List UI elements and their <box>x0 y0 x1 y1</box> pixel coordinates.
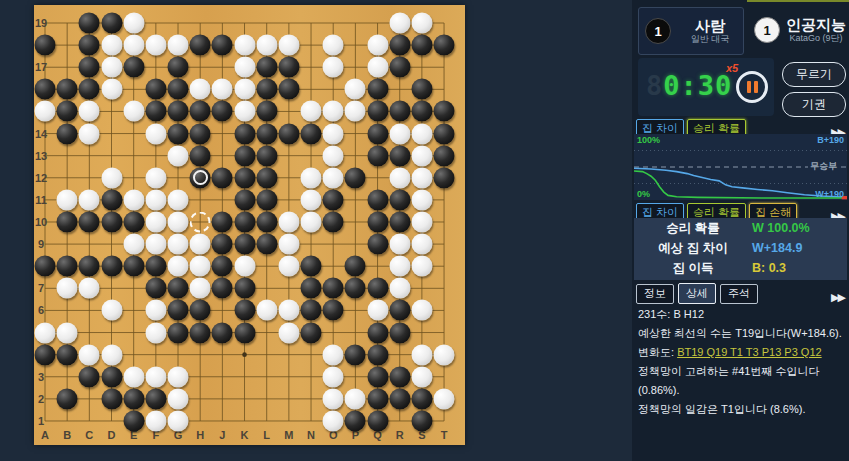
info-move-number: 231수: B H12 <box>638 305 844 324</box>
stone-black-Q9[interactable] <box>367 234 388 255</box>
row-label: 12 <box>32 172 50 184</box>
white-player-subtitle: KataGo (9단) <box>786 33 846 44</box>
stone-white-O3[interactable] <box>323 366 344 387</box>
stone-black-R2[interactable] <box>389 388 410 409</box>
stone-black-J18[interactable] <box>212 35 233 56</box>
stone-white-E3[interactable] <box>123 366 144 387</box>
stone-black-G14[interactable] <box>168 123 189 144</box>
stone-black-H15[interactable] <box>190 101 211 122</box>
undo-button[interactable]: 무르기 <box>782 62 846 87</box>
stone-white-F5[interactable] <box>145 322 166 343</box>
tab-comment[interactable]: 주석 <box>720 284 758 304</box>
stone-white-E19[interactable] <box>123 13 144 34</box>
stone-white-N12[interactable] <box>301 167 322 188</box>
stone-white-G11[interactable] <box>168 189 189 210</box>
stone-black-J10[interactable] <box>212 211 233 232</box>
col-label: H <box>190 429 210 441</box>
stone-black-L10[interactable] <box>256 211 277 232</box>
stone-white-L18[interactable] <box>256 35 277 56</box>
stone-white-C14[interactable] <box>79 123 100 144</box>
stone-white-T2[interactable] <box>434 388 455 409</box>
stone-white-O1[interactable] <box>323 410 344 431</box>
col-label: R <box>390 429 410 441</box>
stone-black-C19[interactable] <box>79 13 100 34</box>
byoyomi-multiplier: x5 <box>726 62 738 74</box>
stone-white-O14[interactable] <box>323 123 344 144</box>
stone-white-M9[interactable] <box>278 234 299 255</box>
stone-black-Q1[interactable] <box>367 410 388 431</box>
stone-black-D8[interactable] <box>101 256 122 277</box>
stone-white-P15[interactable] <box>345 101 366 122</box>
stone-black-R15[interactable] <box>389 101 410 122</box>
stone-black-J7[interactable] <box>212 278 233 299</box>
player-card-black[interactable]: 1 사람 일반 대국 <box>638 7 744 55</box>
stone-white-G3[interactable] <box>168 366 189 387</box>
stone-black-C3[interactable] <box>79 366 100 387</box>
stone-white-D4[interactable] <box>101 344 122 365</box>
stone-black-A8[interactable] <box>35 256 56 277</box>
stone-black-H5[interactable] <box>190 322 211 343</box>
stone-black-G17[interactable] <box>168 57 189 78</box>
stone-black-J8[interactable] <box>212 256 233 277</box>
graph-label-100: 100% <box>637 135 660 145</box>
row-label: 11 <box>32 194 50 206</box>
stone-white-P16[interactable] <box>345 79 366 100</box>
stone-white-O17[interactable] <box>323 57 344 78</box>
col-label: J <box>212 429 232 441</box>
stone-white-G1[interactable] <box>168 410 189 431</box>
stone-black-K6[interactable] <box>234 300 255 321</box>
row-label: 2 <box>32 393 50 405</box>
stone-black-E10[interactable] <box>123 211 144 232</box>
stone-white-C4[interactable] <box>79 344 100 365</box>
stone-white-N11[interactable] <box>301 189 322 210</box>
stone-white-N10[interactable] <box>301 211 322 232</box>
stone-white-A15[interactable] <box>35 101 56 122</box>
stone-white-H7[interactable] <box>190 278 211 299</box>
stone-white-R19[interactable] <box>389 13 410 34</box>
stone-black-B8[interactable] <box>57 256 78 277</box>
expand-arrows-icon-3[interactable]: ▶▶ <box>831 291 844 304</box>
col-label: L <box>257 429 277 441</box>
info-tabs: 정보 상세 주석 ▶▶ <box>636 283 846 304</box>
stone-white-C11[interactable] <box>79 189 100 210</box>
stone-white-F11[interactable] <box>145 189 166 210</box>
info-policy-rank: 정책망이 고려하는 #41번째 수입니다 (0.86%). <box>638 362 844 400</box>
stone-black-H13[interactable] <box>190 145 211 166</box>
stone-white-C15[interactable] <box>79 101 100 122</box>
row-label: 6 <box>32 304 50 316</box>
stone-black-L13[interactable] <box>256 145 277 166</box>
stone-white-K16[interactable] <box>234 79 255 100</box>
info-best-move: 예상한 최선의 수는 T19입니다(W+184.6). <box>638 324 844 343</box>
stone-black-Q2[interactable] <box>367 388 388 409</box>
stone-black-P12[interactable] <box>345 167 366 188</box>
stone-black-C17[interactable] <box>79 57 100 78</box>
stone-black-P4[interactable] <box>345 344 366 365</box>
top-accent-strip <box>747 0 849 2</box>
stone-white-K17[interactable] <box>234 57 255 78</box>
stone-black-K9[interactable] <box>234 234 255 255</box>
row-label: 7 <box>32 282 50 294</box>
stone-black-S16[interactable] <box>411 79 432 100</box>
stone-black-B2[interactable] <box>57 388 78 409</box>
resign-button[interactable]: 기권 <box>782 92 846 117</box>
stone-white-R12[interactable] <box>389 167 410 188</box>
stone-white-G8[interactable] <box>168 256 189 277</box>
pause-button[interactable] <box>736 71 768 103</box>
stone-white-E15[interactable] <box>123 101 144 122</box>
stone-black-M17[interactable] <box>278 57 299 78</box>
stone-white-K15[interactable] <box>234 101 255 122</box>
stone-black-B4[interactable] <box>57 344 78 365</box>
black-stone-badge: 1 <box>645 18 671 44</box>
stone-black-E2[interactable] <box>123 388 144 409</box>
stone-black-B10[interactable] <box>57 211 78 232</box>
graph-label-0: 0% <box>637 189 650 199</box>
col-label: C <box>79 429 99 441</box>
stone-white-E11[interactable] <box>123 189 144 210</box>
stone-white-S8[interactable] <box>411 256 432 277</box>
stone-black-T14[interactable] <box>434 123 455 144</box>
row-label: 9 <box>32 238 50 250</box>
stone-black-K5[interactable] <box>234 322 255 343</box>
last-move-marker <box>193 170 208 185</box>
stone-white-G10[interactable] <box>168 211 189 232</box>
stone-black-N14[interactable] <box>301 123 322 144</box>
stone-white-O12[interactable] <box>323 167 344 188</box>
stone-white-K8[interactable] <box>234 256 255 277</box>
stone-black-J12[interactable] <box>212 167 233 188</box>
stone-white-D18[interactable] <box>101 35 122 56</box>
stone-black-G7[interactable] <box>168 278 189 299</box>
game-clock: 80:30 x5 <box>638 58 774 116</box>
stone-white-M5[interactable] <box>278 322 299 343</box>
stone-black-L9[interactable] <box>256 234 277 255</box>
stone-white-P2[interactable] <box>345 388 366 409</box>
stone-black-R11[interactable] <box>389 189 410 210</box>
stone-black-R13[interactable] <box>389 145 410 166</box>
stone-black-F8[interactable] <box>145 256 166 277</box>
row-label: 14 <box>32 128 50 140</box>
row-label: 10 <box>32 216 50 228</box>
clock-time: 0:30 <box>663 70 732 101</box>
stone-black-C18[interactable] <box>79 35 100 56</box>
stone-black-Q5[interactable] <box>367 322 388 343</box>
stone-white-S12[interactable] <box>411 167 432 188</box>
stone-white-M10[interactable] <box>278 211 299 232</box>
stone-black-S18[interactable] <box>411 35 432 56</box>
stone-black-A16[interactable] <box>35 79 56 100</box>
move-info-text: 231수: B H12 예상한 최선의 수는 T19입니다(W+184.6). … <box>638 305 844 419</box>
info-variation: 변화도: BT19 Q19 T1 T3 P13 P3 Q12 <box>638 343 844 362</box>
app-window: 19181716151413121110987654321ABCDEFGHJKL… <box>0 0 849 461</box>
col-label: A <box>35 429 55 441</box>
stone-black-G16[interactable] <box>168 79 189 100</box>
stone-white-S14[interactable] <box>411 123 432 144</box>
stone-black-Q14[interactable] <box>367 123 388 144</box>
stone-black-L15[interactable] <box>256 101 277 122</box>
stone-black-G5[interactable] <box>168 322 189 343</box>
col-label: B <box>57 429 77 441</box>
stone-black-F7[interactable] <box>145 278 166 299</box>
stone-black-R18[interactable] <box>389 35 410 56</box>
go-board[interactable]: 19181716151413121110987654321ABCDEFGHJKL… <box>34 5 465 445</box>
col-label: D <box>102 429 122 441</box>
stone-white-S11[interactable] <box>411 189 432 210</box>
stat-win-probability: 승리 확률 W 100.0% <box>634 218 847 238</box>
stone-black-B16[interactable] <box>57 79 78 100</box>
stone-black-R10[interactable] <box>389 211 410 232</box>
stone-white-D16[interactable] <box>101 79 122 100</box>
stone-white-Q17[interactable] <box>367 57 388 78</box>
stone-white-M6[interactable] <box>278 300 299 321</box>
stone-white-D12[interactable] <box>101 167 122 188</box>
stone-black-C8[interactable] <box>79 256 100 277</box>
stone-black-K10[interactable] <box>234 211 255 232</box>
stone-black-O10[interactable] <box>323 211 344 232</box>
stone-black-N8[interactable] <box>301 256 322 277</box>
stone-white-M8[interactable] <box>278 256 299 277</box>
stone-black-C10[interactable] <box>79 211 100 232</box>
black-player-subtitle: 일반 대국 <box>677 34 743 45</box>
stone-white-S19[interactable] <box>411 13 432 34</box>
stone-black-J5[interactable] <box>212 322 233 343</box>
stone-white-D6[interactable] <box>101 300 122 321</box>
stone-black-T15[interactable] <box>434 101 455 122</box>
stone-white-O4[interactable] <box>323 344 344 365</box>
stone-black-N5[interactable] <box>301 322 322 343</box>
stone-black-G15[interactable] <box>168 101 189 122</box>
stone-white-M18[interactable] <box>278 35 299 56</box>
stone-white-G18[interactable] <box>168 35 189 56</box>
stone-black-Q3[interactable] <box>367 366 388 387</box>
analysis-stats: 승리 확률 W 100.0% 예상 집 차이 W+184.9 집 이득 B: 0… <box>634 218 847 280</box>
stone-white-H8[interactable] <box>190 256 211 277</box>
pause-icon <box>747 81 751 93</box>
stone-white-N15[interactable] <box>301 101 322 122</box>
stone-white-G9[interactable] <box>168 234 189 255</box>
stone-black-A4[interactable] <box>35 344 56 365</box>
stone-black-M16[interactable] <box>278 79 299 100</box>
stone-white-B7[interactable] <box>57 278 78 299</box>
stone-black-R5[interactable] <box>389 322 410 343</box>
stone-white-J16[interactable] <box>212 79 233 100</box>
stone-black-R6[interactable] <box>389 300 410 321</box>
stone-black-D3[interactable] <box>101 366 122 387</box>
graph-label-wplus: W+190 <box>815 189 844 199</box>
stone-black-R17[interactable] <box>389 57 410 78</box>
stat-point-gain: 집 이득 B: 0.3 <box>634 258 847 278</box>
stone-white-R9[interactable] <box>389 234 410 255</box>
stone-black-D19[interactable] <box>101 13 122 34</box>
stone-black-H6[interactable] <box>190 300 211 321</box>
stone-white-S6[interactable] <box>411 300 432 321</box>
stone-black-F2[interactable] <box>145 388 166 409</box>
stone-black-H18[interactable] <box>190 35 211 56</box>
side-panel: 1 사람 일반 대국 1 인공지능 KataGo (9단) 80:30 x5 무… <box>632 0 849 461</box>
row-label: 1 <box>32 415 50 427</box>
stone-white-O15[interactable] <box>323 101 344 122</box>
stone-white-S13[interactable] <box>411 145 432 166</box>
stone-black-H12[interactable] <box>190 167 211 188</box>
stone-black-T12[interactable] <box>434 167 455 188</box>
stone-black-P1[interactable] <box>345 410 366 431</box>
col-label: T <box>434 429 454 441</box>
stone-black-L16[interactable] <box>256 79 277 100</box>
stone-black-R3[interactable] <box>389 366 410 387</box>
stone-white-H16[interactable] <box>190 79 211 100</box>
variation-link[interactable]: BT19 Q19 T1 T3 P13 P3 Q12 <box>677 346 822 358</box>
stone-white-R8[interactable] <box>389 256 410 277</box>
stone-black-B14[interactable] <box>57 123 78 144</box>
stone-white-A5[interactable] <box>35 322 56 343</box>
stone-white-G2[interactable] <box>168 388 189 409</box>
stone-white-F9[interactable] <box>145 234 166 255</box>
stone-black-J9[interactable] <box>212 234 233 255</box>
stone-white-F14[interactable] <box>145 123 166 144</box>
stone-black-K7[interactable] <box>234 278 255 299</box>
stone-white-R7[interactable] <box>389 278 410 299</box>
stone-black-T13[interactable] <box>434 145 455 166</box>
stone-black-C16[interactable] <box>79 79 100 100</box>
clock-display: 80:30 <box>646 70 732 101</box>
stone-black-B15[interactable] <box>57 101 78 122</box>
stone-white-K18[interactable] <box>234 35 255 56</box>
stone-white-F6[interactable] <box>145 300 166 321</box>
stone-black-Q13[interactable] <box>367 145 388 166</box>
stone-white-F1[interactable] <box>145 410 166 431</box>
stone-black-D2[interactable] <box>101 388 122 409</box>
stone-white-D17[interactable] <box>101 57 122 78</box>
stone-black-O11[interactable] <box>323 189 344 210</box>
stone-black-F16[interactable] <box>145 79 166 100</box>
stone-black-Q11[interactable] <box>367 189 388 210</box>
stat-expected-score: 예상 집 차이 W+184.9 <box>634 238 847 258</box>
stone-white-F18[interactable] <box>145 35 166 56</box>
stone-black-S1[interactable] <box>411 410 432 431</box>
stone-black-N6[interactable] <box>301 300 322 321</box>
stone-black-O6[interactable] <box>323 300 344 321</box>
stone-black-K14[interactable] <box>234 123 255 144</box>
suggested-move-marker[interactable] <box>190 211 211 232</box>
graph-label-draw: 무승부 <box>808 160 839 173</box>
stone-black-D10[interactable] <box>101 211 122 232</box>
stone-black-O7[interactable] <box>323 278 344 299</box>
stone-white-F3[interactable] <box>145 366 166 387</box>
stone-white-C7[interactable] <box>79 278 100 299</box>
stone-black-Q7[interactable] <box>367 278 388 299</box>
stone-black-M14[interactable] <box>278 123 299 144</box>
stone-black-F15[interactable] <box>145 101 166 122</box>
stone-white-E18[interactable] <box>123 35 144 56</box>
stone-white-G13[interactable] <box>168 145 189 166</box>
clock-ghost-digit: 8 <box>646 70 663 101</box>
white-player-name: 인공지능 <box>786 16 846 33</box>
stone-white-S3[interactable] <box>411 366 432 387</box>
col-label: M <box>279 429 299 441</box>
stone-black-Q16[interactable] <box>367 79 388 100</box>
stone-white-O18[interactable] <box>323 35 344 56</box>
stone-black-A18[interactable] <box>35 35 56 56</box>
stone-white-B5[interactable] <box>57 322 78 343</box>
stone-black-Q15[interactable] <box>367 101 388 122</box>
white-stone-badge: 1 <box>754 17 780 43</box>
stone-black-D11[interactable] <box>101 189 122 210</box>
stone-black-S2[interactable] <box>411 388 432 409</box>
stone-black-N7[interactable] <box>301 278 322 299</box>
stone-black-K11[interactable] <box>234 189 255 210</box>
stone-white-O13[interactable] <box>323 145 344 166</box>
row-label: 17 <box>32 61 50 73</box>
stone-black-P7[interactable] <box>345 278 366 299</box>
stone-black-H14[interactable] <box>190 123 211 144</box>
stone-black-T18[interactable] <box>434 35 455 56</box>
col-label: N <box>301 429 321 441</box>
stone-black-L17[interactable] <box>256 57 277 78</box>
stone-black-E17[interactable] <box>123 57 144 78</box>
info-policy-top: 정책망의 일감은 T1입니다 (8.6%). <box>638 400 844 419</box>
stone-black-G6[interactable] <box>168 300 189 321</box>
stone-white-T4[interactable] <box>434 344 455 365</box>
stone-white-S4[interactable] <box>411 344 432 365</box>
row-label: 19 <box>32 17 50 29</box>
stone-black-L12[interactable] <box>256 167 277 188</box>
stone-black-P8[interactable] <box>345 256 366 277</box>
stone-white-L6[interactable] <box>256 300 277 321</box>
tab-detail[interactable]: 상세 <box>678 283 716 304</box>
tab-info[interactable]: 정보 <box>636 284 674 304</box>
stone-white-O2[interactable] <box>323 388 344 409</box>
stone-black-K12[interactable] <box>234 167 255 188</box>
stone-white-H9[interactable] <box>190 234 211 255</box>
row-label: 13 <box>32 150 50 162</box>
stone-black-Q4[interactable] <box>367 344 388 365</box>
winrate-graph[interactable]: 100% B+190 0% W+190 무승부 <box>634 134 847 200</box>
row-label: 3 <box>32 371 50 383</box>
black-player-name: 사람 <box>677 17 743 34</box>
player-card-white[interactable]: 1 인공지능 KataGo (9단) <box>748 7 846 53</box>
stone-white-B11[interactable] <box>57 189 78 210</box>
graph-label-bplus: B+190 <box>817 135 844 145</box>
col-label: K <box>235 429 255 441</box>
stone-white-Q6[interactable] <box>367 300 388 321</box>
stone-black-Q10[interactable] <box>367 211 388 232</box>
stone-black-K13[interactable] <box>234 145 255 166</box>
stone-white-F12[interactable] <box>145 167 166 188</box>
stone-black-L11[interactable] <box>256 189 277 210</box>
stone-white-S9[interactable] <box>411 234 432 255</box>
stone-white-E9[interactable] <box>123 234 144 255</box>
stone-black-L14[interactable] <box>256 123 277 144</box>
stone-black-J15[interactable] <box>212 101 233 122</box>
stone-black-E1[interactable] <box>123 410 144 431</box>
stone-black-S15[interactable] <box>411 101 432 122</box>
stone-white-R14[interactable] <box>389 123 410 144</box>
stone-white-F10[interactable] <box>145 211 166 232</box>
stone-white-S10[interactable] <box>411 211 432 232</box>
stone-white-Q18[interactable] <box>367 35 388 56</box>
stone-black-E8[interactable] <box>123 256 144 277</box>
